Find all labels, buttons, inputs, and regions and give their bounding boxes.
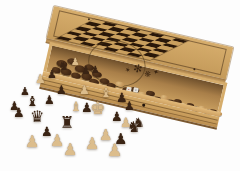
- chess-piece-dark: ♟: [47, 69, 57, 80]
- chess-piece-dark: ♞: [58, 60, 69, 72]
- chess-piece-dark: ♞: [133, 116, 145, 129]
- chess-piece-dark: ♟: [81, 65, 91, 76]
- chess-piece-dark: ♛: [30, 109, 44, 125]
- chess-piece-light: ♟: [71, 57, 80, 67]
- chess-piece-dark: ♟: [56, 84, 67, 96]
- chess-piece-light: ♟: [25, 134, 39, 150]
- chess-piece-light: ♝: [70, 100, 82, 113]
- chess-piece-light: ♟: [79, 84, 90, 96]
- chess-piece-dark: ♟: [91, 65, 100, 75]
- chess-piece-light: ♟: [35, 73, 46, 85]
- chess-piece-dark: ♟: [20, 86, 30, 97]
- chess-piece-dark: ♜: [60, 115, 74, 131]
- chess-piece-dark: ♟: [9, 100, 20, 112]
- chess-piece-dark: ♟: [44, 94, 55, 106]
- chess-piece-light: ♚: [90, 100, 105, 117]
- chess-piece-light: ♟: [107, 142, 122, 159]
- product-photo: ✻❋✶✦ ♞♟♟♟♟♟♝♟♛♟♟♝♜♟♟♟♟♝♟♟♚♟♟♞♟♟♟♟♞♟♟♟♟: [0, 0, 240, 171]
- chess-piece-dark: ♟: [124, 100, 135, 112]
- scattered-chess-pieces: ♞♟♟♟♟♟♝♟♛♟♟♝♜♟♟♟♟♝♟♟♚♟♟♞♟♟♟♟♞♟♟♟♟: [0, 0, 240, 171]
- chess-piece-light: ♟: [63, 142, 77, 158]
- chess-piece-light: ♟: [85, 136, 99, 152]
